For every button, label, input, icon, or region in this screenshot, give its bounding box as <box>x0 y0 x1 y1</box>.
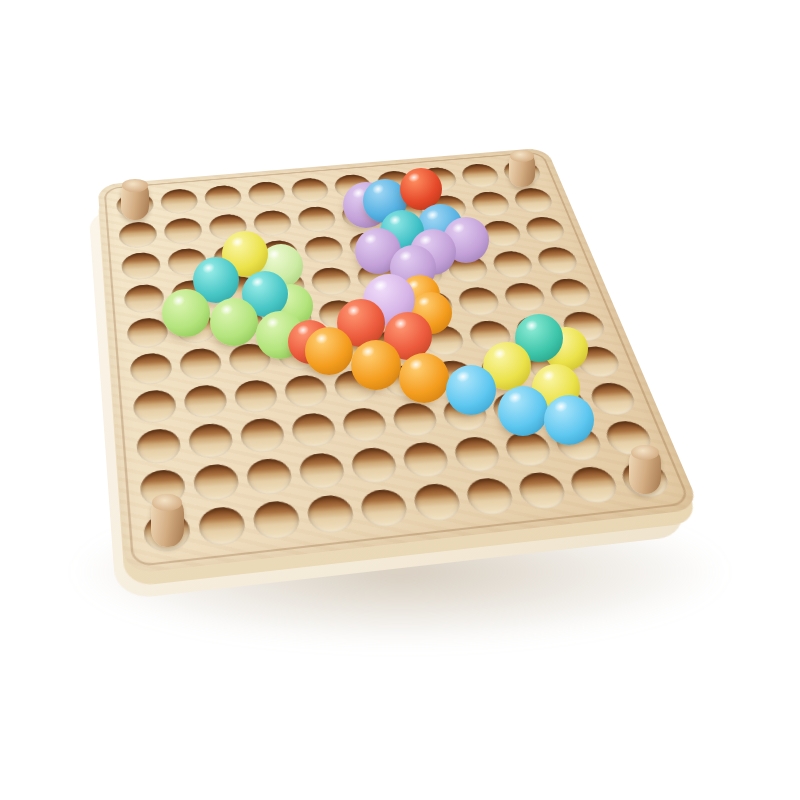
hole-r9c1[interactable] <box>197 505 247 547</box>
hole-r8c7[interactable] <box>502 430 555 468</box>
peg-bottom-right[interactable] <box>629 446 661 494</box>
cell-r2c0 <box>116 248 165 284</box>
cell-r1c0 <box>114 218 162 252</box>
hole-r6c2[interactable] <box>233 379 280 415</box>
hole-r6c0[interactable] <box>132 388 177 424</box>
hole-r8c1[interactable] <box>192 462 241 502</box>
hole-r9c5[interactable] <box>411 482 464 523</box>
cell-r5c0 <box>125 348 178 390</box>
hole-r3c9[interactable] <box>534 246 581 275</box>
hole-r9c7[interactable] <box>515 471 570 511</box>
hole-r9c3[interactable] <box>305 493 357 534</box>
hole-r1c0[interactable] <box>118 221 158 249</box>
cell-r0c4 <box>285 174 335 206</box>
cell-r5c1 <box>174 343 228 384</box>
ball-center-orange-25[interactable] <box>399 353 449 403</box>
cell-r7c2 <box>234 413 292 458</box>
hole-r9c8[interactable] <box>566 465 622 505</box>
hole-r3c4[interactable] <box>309 266 353 296</box>
hole-r7c5[interactable] <box>390 401 440 438</box>
hole-r2c4[interactable] <box>302 235 345 264</box>
product-photo <box>0 0 800 800</box>
hole-r8c2[interactable] <box>245 457 294 497</box>
ball-left-green-6[interactable] <box>210 298 258 346</box>
hole-r1c1[interactable] <box>163 217 203 245</box>
hole-r3c0[interactable] <box>123 283 165 314</box>
hole-r4c7[interactable] <box>455 286 502 317</box>
ball-right-skyblue-31[interactable] <box>498 386 548 436</box>
hole-r7c9[interactable] <box>587 381 640 417</box>
hole-r5c1[interactable] <box>178 347 223 381</box>
hole-r3c8[interactable] <box>490 250 537 280</box>
cell-r6c0 <box>128 385 183 429</box>
hole-r9c6[interactable] <box>463 476 517 517</box>
hole-r4c8[interactable] <box>501 282 549 313</box>
cell-r6c3 <box>278 370 335 413</box>
hole-r7c0[interactable] <box>136 427 183 465</box>
cell-r7c3 <box>284 408 343 453</box>
hole-r1c9[interactable] <box>511 187 556 214</box>
cell-r6c1 <box>178 380 234 424</box>
cell-r9c1 <box>192 501 253 552</box>
peg-bottom-left[interactable] <box>151 495 184 547</box>
hole-r1c4[interactable] <box>296 205 338 233</box>
hole-r1c3[interactable] <box>252 209 294 237</box>
hole-r2c0[interactable] <box>121 251 162 281</box>
ball-right-skyblue-30[interactable] <box>446 365 496 415</box>
cell-r7c0 <box>131 423 187 469</box>
hole-r0c2[interactable] <box>203 184 243 211</box>
hole-r5c0[interactable] <box>129 352 173 386</box>
cell-r9c3 <box>299 489 362 539</box>
cell-r8c1 <box>187 458 246 506</box>
hole-r9c4[interactable] <box>358 488 410 529</box>
cell-r2c4 <box>298 232 350 267</box>
peg-top-left[interactable] <box>121 180 149 220</box>
ball-left-green-5[interactable] <box>162 289 210 337</box>
cell-r7c1 <box>182 418 239 464</box>
hole-r4c9[interactable] <box>546 277 594 308</box>
hole-r7c4[interactable] <box>340 406 389 443</box>
cell-r8c2 <box>240 453 300 501</box>
ball-center-orange-23[interactable] <box>305 327 353 375</box>
hole-r0c3[interactable] <box>246 181 287 208</box>
hole-r0c4[interactable] <box>290 177 331 204</box>
hole-r8c5[interactable] <box>400 441 452 480</box>
hole-r8c6[interactable] <box>451 435 503 473</box>
hole-r6c1[interactable] <box>183 383 229 419</box>
cell-r3c4 <box>305 263 359 300</box>
peg-top-right[interactable] <box>509 151 535 187</box>
ball-center-orange-24[interactable] <box>351 340 401 390</box>
cell-r0c2 <box>199 181 247 213</box>
hole-r7c3[interactable] <box>289 412 338 449</box>
hole-r6c3[interactable] <box>282 374 329 409</box>
hole-r0c1[interactable] <box>160 188 200 215</box>
cell-r1c1 <box>159 214 208 248</box>
cell-r6c2 <box>228 375 285 418</box>
cell-r8c3 <box>292 447 353 495</box>
cell-r1c4 <box>291 203 342 237</box>
hole-r2c9[interactable] <box>522 216 568 244</box>
hole-r9c2[interactable] <box>251 499 302 541</box>
hole-r8c4[interactable] <box>349 446 400 485</box>
cell-r0c1 <box>155 185 203 218</box>
cell-r0c3 <box>242 178 291 210</box>
cell-r9c2 <box>246 495 308 546</box>
hole-r1c8[interactable] <box>469 191 513 218</box>
hole-r7c2[interactable] <box>239 417 287 455</box>
hole-r0c8[interactable] <box>459 163 502 189</box>
hole-r8c3[interactable] <box>297 451 347 490</box>
ball-right-skyblue-32[interactable] <box>544 395 594 445</box>
hole-r7c1[interactable] <box>187 422 234 460</box>
